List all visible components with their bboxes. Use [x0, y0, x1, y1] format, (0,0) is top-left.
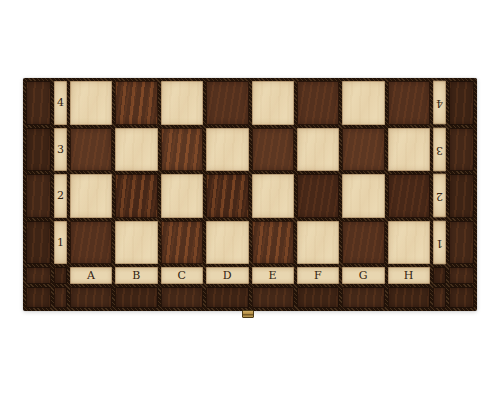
square-h4[interactable]: [388, 81, 430, 125]
square-c2[interactable]: [161, 174, 203, 218]
rank-label-right-4: 4: [433, 81, 446, 125]
file-label-c: C: [161, 267, 203, 284]
rank-label-left-4: 4: [54, 81, 67, 125]
rank-label-left-2: 2: [54, 174, 67, 218]
file-label-e: E: [252, 267, 294, 284]
square-b3[interactable]: [115, 128, 157, 172]
frame-cell-left-rank-1: [26, 221, 51, 265]
file-label-h: H: [388, 267, 430, 284]
frame-cell-bottom-e: [252, 287, 294, 308]
square-d4[interactable]: [206, 81, 248, 125]
square-d3[interactable]: [206, 128, 248, 172]
square-c4[interactable]: [161, 81, 203, 125]
frame-cell-bottom-right-corner: [449, 287, 474, 308]
square-d2[interactable]: [206, 174, 248, 218]
frame-cell-bottom-c: [161, 287, 203, 308]
frame-strip-right-letter-row: [433, 267, 446, 284]
frame-cell-left-rank-4: [26, 81, 51, 125]
square-e1[interactable]: [252, 221, 294, 265]
rank-label-left-1: 1: [54, 221, 67, 265]
frame-cell-bottom-d: [206, 287, 248, 308]
square-b1[interactable]: [115, 221, 157, 265]
rank-label-right-3: 3: [433, 128, 446, 172]
square-e2[interactable]: [252, 174, 294, 218]
frame-cell-right-rank-4: [449, 81, 474, 125]
frame-cell-right-rank-1: [449, 221, 474, 265]
square-f3[interactable]: [297, 128, 339, 172]
square-c3[interactable]: [161, 128, 203, 172]
frame-cell-bottom-b: [115, 287, 157, 308]
product-photo-background: 44332211ABCDEFGH: [0, 0, 500, 400]
square-a3[interactable]: [70, 128, 112, 172]
square-d1[interactable]: [206, 221, 248, 265]
file-label-a: A: [70, 267, 112, 284]
square-h2[interactable]: [388, 174, 430, 218]
rank-label-left-3: 3: [54, 128, 67, 172]
frame-cell-right-rank-2: [449, 174, 474, 218]
square-g4[interactable]: [342, 81, 384, 125]
frame-cell-left-rank-3: [26, 128, 51, 172]
frame-cell-bottom-a: [70, 287, 112, 308]
square-h1[interactable]: [388, 221, 430, 265]
brass-clasp-icon: [242, 310, 254, 318]
frame-strip-left-letter-row: [54, 267, 67, 284]
square-g2[interactable]: [342, 174, 384, 218]
square-a4[interactable]: [70, 81, 112, 125]
square-b4[interactable]: [115, 81, 157, 125]
square-g3[interactable]: [342, 128, 384, 172]
square-h3[interactable]: [388, 128, 430, 172]
frame-strip-bottom-right: [433, 287, 446, 308]
frame-cell-right-letter-row: [449, 267, 474, 284]
file-label-b: B: [115, 267, 157, 284]
square-g1[interactable]: [342, 221, 384, 265]
frame-cell-left-letter-row: [26, 267, 51, 284]
frame-cell-bottom-f: [297, 287, 339, 308]
square-f2[interactable]: [297, 174, 339, 218]
frame-strip-bottom-left: [54, 287, 67, 308]
square-b2[interactable]: [115, 174, 157, 218]
frame-cell-right-rank-3: [449, 128, 474, 172]
square-f1[interactable]: [297, 221, 339, 265]
frame-cell-bottom-h: [388, 287, 430, 308]
frame-cell-left-rank-2: [26, 174, 51, 218]
square-e3[interactable]: [252, 128, 294, 172]
file-label-g: G: [342, 267, 384, 284]
frame-cell-bottom-left-corner: [26, 287, 51, 308]
square-c1[interactable]: [161, 221, 203, 265]
square-a1[interactable]: [70, 221, 112, 265]
square-a2[interactable]: [70, 174, 112, 218]
chess-box-board: 44332211ABCDEFGH: [23, 78, 477, 311]
square-f4[interactable]: [297, 81, 339, 125]
frame-cell-bottom-g: [342, 287, 384, 308]
file-label-d: D: [206, 267, 248, 284]
square-e4[interactable]: [252, 81, 294, 125]
file-label-f: F: [297, 267, 339, 284]
rank-label-right-1: 1: [433, 221, 446, 265]
rank-label-right-2: 2: [433, 174, 446, 218]
